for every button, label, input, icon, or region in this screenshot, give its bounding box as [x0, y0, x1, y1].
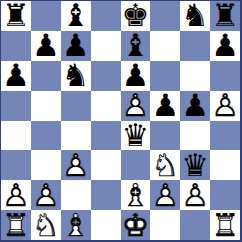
- square-b5[interactable]: [31, 91, 61, 121]
- square-e1[interactable]: ♚♔: [121, 210, 151, 240]
- black-queen: ♛: [121, 121, 151, 151]
- black-bishop: ♝: [61, 1, 91, 31]
- square-d8[interactable]: [91, 1, 121, 31]
- black-knight: ♞: [61, 61, 91, 91]
- white-rook: ♜♖: [1, 210, 31, 240]
- black-pawn: ♟: [61, 31, 91, 61]
- square-a3[interactable]: [1, 150, 31, 180]
- square-g7[interactable]: [180, 31, 210, 61]
- square-a2[interactable]: ♟♙: [1, 180, 31, 210]
- white-bishop: ♝♗: [61, 210, 91, 240]
- square-c6[interactable]: ♞: [61, 61, 91, 91]
- square-g6[interactable]: [180, 61, 210, 91]
- square-b8[interactable]: [31, 1, 61, 31]
- square-h4[interactable]: [210, 121, 240, 151]
- square-f1[interactable]: [150, 210, 180, 240]
- square-a7[interactable]: [1, 31, 31, 61]
- square-d1[interactable]: [91, 210, 121, 240]
- square-d7[interactable]: [91, 31, 121, 61]
- square-b6[interactable]: [31, 61, 61, 91]
- square-h1[interactable]: ♜♖: [210, 210, 240, 240]
- square-a4[interactable]: [1, 121, 31, 151]
- black-pawn: ♟: [1, 61, 31, 91]
- black-bishop: ♝: [121, 31, 151, 61]
- black-king: ♚: [121, 1, 151, 31]
- white-pawn: ♟♙: [1, 180, 31, 210]
- square-c3[interactable]: ♟♙: [61, 150, 91, 180]
- square-g5[interactable]: ♟: [180, 91, 210, 121]
- square-g2[interactable]: ♟♙: [180, 180, 210, 210]
- square-b2[interactable]: ♟♙: [31, 180, 61, 210]
- square-f7[interactable]: [150, 31, 180, 61]
- square-f8[interactable]: [150, 1, 180, 31]
- square-h6[interactable]: [210, 61, 240, 91]
- square-c5[interactable]: [61, 91, 91, 121]
- black-rook: ♜: [1, 1, 31, 31]
- square-d3[interactable]: [91, 150, 121, 180]
- square-a6[interactable]: ♟: [1, 61, 31, 91]
- square-a8[interactable]: ♜: [1, 1, 31, 31]
- square-a1[interactable]: ♜♖: [1, 210, 31, 240]
- black-pawn: ♟: [180, 91, 210, 121]
- square-e5[interactable]: ♟♙: [121, 91, 151, 121]
- square-e6[interactable]: ♟: [121, 61, 151, 91]
- square-h3[interactable]: [210, 150, 240, 180]
- square-h8[interactable]: ♜: [210, 1, 240, 31]
- black-pawn: ♟: [31, 31, 61, 61]
- square-c8[interactable]: ♝: [61, 1, 91, 31]
- white-knight: ♞♘: [31, 210, 61, 240]
- square-d6[interactable]: [91, 61, 121, 91]
- square-e3[interactable]: [121, 150, 151, 180]
- white-knight: ♞♘: [150, 150, 180, 180]
- square-c2[interactable]: [61, 180, 91, 210]
- chess-board: ♜♝♚♞♜♟♟♝♟♟♞♟♟♙♟♟♟♙♛♟♙♞♘♛♟♙♟♙♝♗♟♙♟♙♜♖♞♘♝♗…: [0, 0, 242, 242]
- square-g1[interactable]: [180, 210, 210, 240]
- square-h7[interactable]: ♟: [210, 31, 240, 61]
- square-f4[interactable]: [150, 121, 180, 151]
- square-f2[interactable]: ♟♙: [150, 180, 180, 210]
- square-g3[interactable]: ♛: [180, 150, 210, 180]
- square-b1[interactable]: ♞♘: [31, 210, 61, 240]
- black-queen: ♛: [180, 150, 210, 180]
- square-c1[interactable]: ♝♗: [61, 210, 91, 240]
- square-b3[interactable]: [31, 150, 61, 180]
- square-g4[interactable]: [180, 121, 210, 151]
- square-c7[interactable]: ♟: [61, 31, 91, 61]
- white-pawn: ♟♙: [180, 180, 210, 210]
- black-pawn: ♟: [150, 91, 180, 121]
- white-pawn: ♟♙: [31, 180, 61, 210]
- square-f5[interactable]: ♟: [150, 91, 180, 121]
- white-pawn: ♟♙: [150, 180, 180, 210]
- square-f3[interactable]: ♞♘: [150, 150, 180, 180]
- white-pawn: ♟♙: [210, 91, 240, 121]
- square-e2[interactable]: ♝♗: [121, 180, 151, 210]
- square-a5[interactable]: [1, 91, 31, 121]
- square-b4[interactable]: [31, 121, 61, 151]
- black-rook: ♜: [210, 1, 240, 31]
- square-e7[interactable]: ♝: [121, 31, 151, 61]
- square-d4[interactable]: [91, 121, 121, 151]
- square-c4[interactable]: [61, 121, 91, 151]
- white-rook: ♜♖: [210, 210, 240, 240]
- white-pawn: ♟♙: [61, 150, 91, 180]
- square-e8[interactable]: ♚: [121, 1, 151, 31]
- square-d5[interactable]: [91, 91, 121, 121]
- white-bishop: ♝♗: [121, 180, 151, 210]
- white-king: ♚♔: [121, 210, 151, 240]
- square-g8[interactable]: ♞: [180, 1, 210, 31]
- black-pawn: ♟: [210, 31, 240, 61]
- white-pawn: ♟♙: [121, 91, 151, 121]
- black-knight: ♞: [180, 1, 210, 31]
- square-b7[interactable]: ♟: [31, 31, 61, 61]
- square-h2[interactable]: [210, 180, 240, 210]
- square-h5[interactable]: ♟♙: [210, 91, 240, 121]
- square-f6[interactable]: [150, 61, 180, 91]
- square-d2[interactable]: [91, 180, 121, 210]
- square-e4[interactable]: ♛: [121, 121, 151, 151]
- black-pawn: ♟: [121, 61, 151, 91]
